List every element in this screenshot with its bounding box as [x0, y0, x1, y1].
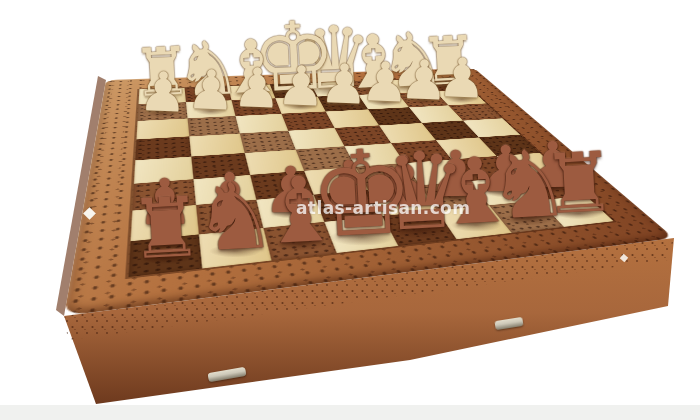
chess-set-photo: ♜♞♝♛♚♝♞♜♟♟♟♟♟♟♟♟♟♟♟♟♟♟♟♟♜♞♝♛♚♝♞♜ atlas-a…: [0, 0, 700, 420]
square-h8: [129, 234, 203, 277]
square-g8: [199, 228, 272, 269]
watermark-text: atlas-artisan.com: [296, 198, 470, 218]
